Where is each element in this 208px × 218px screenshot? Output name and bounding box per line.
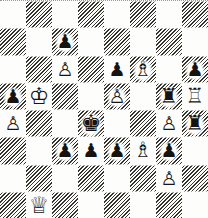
square-e8	[104, 1, 130, 28]
white-pawn: ♙	[54, 59, 75, 80]
square-b6	[26, 56, 52, 83]
white-queen: ♕	[27, 193, 52, 218]
square-g6	[156, 56, 182, 83]
square-a8	[0, 1, 26, 28]
square-f1	[130, 192, 156, 218]
black-pawn: ♟	[54, 140, 75, 161]
black-pawn: ♟	[106, 140, 127, 161]
square-e3: ♟	[104, 137, 130, 164]
square-c7: ♟	[52, 28, 78, 55]
square-d7	[78, 28, 104, 55]
black-pawn: ♟	[184, 59, 205, 80]
square-b5: ♔	[26, 83, 52, 110]
square-h6: ♟	[182, 56, 208, 83]
square-e5: ♙	[104, 83, 130, 110]
white-pawn: ♙	[2, 113, 23, 134]
black-pawn: ♟	[106, 59, 127, 80]
black-pawn: ♟	[158, 140, 179, 161]
square-c1	[52, 192, 78, 218]
square-e6: ♟	[104, 56, 130, 83]
square-c2	[52, 165, 78, 192]
square-g3: ♟	[156, 137, 182, 164]
square-c5	[52, 83, 78, 110]
square-f3: ♗	[130, 137, 156, 164]
black-rook: ♜	[184, 112, 207, 135]
square-a7	[0, 28, 26, 55]
square-h7	[182, 28, 208, 55]
square-f4	[130, 110, 156, 137]
square-b1: ♕	[26, 192, 52, 218]
square-d4: ♚	[78, 110, 104, 137]
square-a4: ♙	[0, 110, 26, 137]
square-g4: ♙	[156, 110, 182, 137]
square-e7	[104, 28, 130, 55]
square-d5	[78, 83, 104, 110]
square-h8	[182, 1, 208, 28]
square-d8	[78, 1, 104, 28]
square-h2	[182, 165, 208, 192]
square-d2	[78, 165, 104, 192]
black-pawn: ♟	[2, 86, 23, 107]
square-e2	[104, 165, 130, 192]
square-f2	[130, 165, 156, 192]
square-b3	[26, 137, 52, 164]
square-b2	[26, 165, 52, 192]
square-b4	[26, 110, 52, 137]
square-a6	[0, 56, 26, 83]
square-a1	[0, 192, 26, 218]
square-h5: ♖	[182, 83, 208, 110]
square-d1	[78, 192, 104, 218]
square-f5	[130, 83, 156, 110]
black-pawn: ♟	[80, 140, 101, 161]
white-bishop: ♗	[132, 139, 155, 162]
white-pawn: ♙	[158, 168, 179, 189]
square-g8	[156, 1, 182, 28]
square-f6: ♗	[130, 56, 156, 83]
square-f7	[130, 28, 156, 55]
square-h4: ♜	[182, 110, 208, 137]
square-c8	[52, 1, 78, 28]
white-pawn: ♙	[106, 86, 127, 107]
square-d3: ♟	[78, 137, 104, 164]
square-e1	[104, 192, 130, 218]
white-bishop: ♗	[132, 58, 155, 81]
square-g5: ♜	[156, 83, 182, 110]
square-a2	[0, 165, 26, 192]
black-pawn: ♟	[54, 31, 75, 52]
square-a5: ♟	[0, 83, 26, 110]
white-rook: ♖	[184, 85, 207, 108]
black-rook: ♜	[158, 85, 181, 108]
square-e4	[104, 110, 130, 137]
square-h1	[182, 192, 208, 218]
square-d6	[78, 56, 104, 83]
chess-board: ♟♙♟♗♟♟♔♙♜♖♙♚♙♜♟♟♟♗♟♙♕	[0, 0, 208, 218]
white-king: ♔	[27, 84, 52, 109]
square-a3	[0, 137, 26, 164]
square-c4	[52, 110, 78, 137]
white-pawn: ♙	[158, 113, 179, 134]
square-f8	[130, 1, 156, 28]
square-h3	[182, 137, 208, 164]
black-king: ♚	[79, 111, 104, 136]
square-b8	[26, 1, 52, 28]
square-b7	[26, 28, 52, 55]
square-c3: ♟	[52, 137, 78, 164]
square-g2: ♙	[156, 165, 182, 192]
scanned-chess-diagram: ♟♙♟♗♟♟♔♙♜♖♙♚♙♜♟♟♟♗♟♙♕	[0, 0, 208, 218]
square-c6: ♙	[52, 56, 78, 83]
square-g1	[156, 192, 182, 218]
square-g7	[156, 28, 182, 55]
